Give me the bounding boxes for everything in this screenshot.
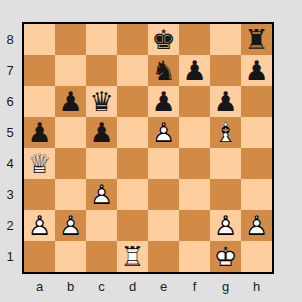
square-a3[interactable]: [24, 179, 55, 210]
rank-label-5: 5: [0, 117, 20, 148]
square-e3[interactable]: [148, 179, 179, 210]
square-a2[interactable]: ♟︎♙︎: [24, 210, 55, 241]
square-e4[interactable]: [148, 148, 179, 179]
square-c4[interactable]: [86, 148, 117, 179]
square-e1[interactable]: [148, 241, 179, 272]
piece-black-knight: ♞︎: [148, 55, 179, 86]
square-c1[interactable]: [86, 241, 117, 272]
piece-white-king: ♔︎: [210, 241, 241, 272]
file-label-h: h: [241, 276, 272, 298]
piece-white-pawn: ♙︎: [86, 179, 117, 210]
piece-black-pawn: ♟︎: [210, 86, 241, 117]
square-d8[interactable]: [117, 24, 148, 55]
square-b4[interactable]: [55, 148, 86, 179]
square-a7[interactable]: [24, 55, 55, 86]
square-f8[interactable]: [179, 24, 210, 55]
square-h3[interactable]: [241, 179, 272, 210]
square-e8[interactable]: ♚︎: [148, 24, 179, 55]
square-e5[interactable]: ♟︎♙︎: [148, 117, 179, 148]
piece-black-queen: ♛︎: [86, 86, 117, 117]
square-f4[interactable]: [179, 148, 210, 179]
file-label-c: c: [86, 276, 117, 298]
file-label-e: e: [148, 276, 179, 298]
square-b3[interactable]: [55, 179, 86, 210]
square-b1[interactable]: [55, 241, 86, 272]
square-f6[interactable]: [179, 86, 210, 117]
piece-black-pawn: ♟︎: [148, 86, 179, 117]
piece-white-pawn: ♙︎: [24, 210, 55, 241]
square-g1[interactable]: ♚︎♔︎: [210, 241, 241, 272]
square-a5[interactable]: ♟︎: [24, 117, 55, 148]
rank-label-1: 1: [0, 241, 20, 272]
square-a6[interactable]: [24, 86, 55, 117]
file-label-f: f: [179, 276, 210, 298]
square-b5[interactable]: [55, 117, 86, 148]
square-h7[interactable]: ♟︎: [241, 55, 272, 86]
piece-black-king: ♚︎: [148, 24, 179, 55]
square-c3[interactable]: ♟︎♙︎: [86, 179, 117, 210]
square-a8[interactable]: [24, 24, 55, 55]
square-g6[interactable]: ♟︎: [210, 86, 241, 117]
square-f5[interactable]: [179, 117, 210, 148]
square-b7[interactable]: [55, 55, 86, 86]
piece-black-pawn: ♟︎: [241, 55, 272, 86]
square-b8[interactable]: [55, 24, 86, 55]
file-labels: abcdefgh: [24, 276, 272, 298]
square-g2[interactable]: ♟︎♙︎: [210, 210, 241, 241]
square-c6[interactable]: ♛︎: [86, 86, 117, 117]
piece-black-rook: ♜︎: [241, 24, 272, 55]
piece-white-pawn: ♙︎: [210, 210, 241, 241]
file-label-g: g: [210, 276, 241, 298]
square-g8[interactable]: [210, 24, 241, 55]
square-h4[interactable]: [241, 148, 272, 179]
rank-label-4: 4: [0, 148, 20, 179]
piece-white-bishop: ♗︎: [210, 117, 241, 148]
square-d1[interactable]: ♜︎♖︎: [117, 241, 148, 272]
square-f7[interactable]: ♟︎: [179, 55, 210, 86]
piece-white-queen: ♕︎: [24, 148, 55, 179]
square-c2[interactable]: [86, 210, 117, 241]
square-g7[interactable]: [210, 55, 241, 86]
square-a4[interactable]: ♛︎♕︎: [24, 148, 55, 179]
square-d4[interactable]: [117, 148, 148, 179]
piece-black-pawn: ♟︎: [55, 86, 86, 117]
file-label-b: b: [55, 276, 86, 298]
square-h2[interactable]: ♟︎♙︎: [241, 210, 272, 241]
square-h6[interactable]: [241, 86, 272, 117]
square-f2[interactable]: [179, 210, 210, 241]
rank-label-3: 3: [0, 179, 20, 210]
square-d5[interactable]: [117, 117, 148, 148]
rank-label-2: 2: [0, 210, 20, 241]
rank-label-6: 6: [0, 86, 20, 117]
square-b6[interactable]: ♟︎: [55, 86, 86, 117]
piece-white-pawn: ♙︎: [148, 117, 179, 148]
square-f3[interactable]: [179, 179, 210, 210]
piece-black-pawn: ♟︎: [24, 117, 55, 148]
square-g5[interactable]: ♝︎♗︎: [210, 117, 241, 148]
square-b2[interactable]: ♟︎♙︎: [55, 210, 86, 241]
square-c8[interactable]: [86, 24, 117, 55]
piece-white-pawn: ♙︎: [241, 210, 272, 241]
square-f1[interactable]: [179, 241, 210, 272]
square-e2[interactable]: [148, 210, 179, 241]
piece-white-rook: ♖︎: [117, 241, 148, 272]
square-h1[interactable]: [241, 241, 272, 272]
square-d2[interactable]: [117, 210, 148, 241]
rank-labels: 87654321: [0, 24, 20, 272]
file-label-d: d: [117, 276, 148, 298]
square-d6[interactable]: [117, 86, 148, 117]
square-e6[interactable]: ♟︎: [148, 86, 179, 117]
square-c5[interactable]: ♟︎: [86, 117, 117, 148]
rank-label-8: 8: [0, 24, 20, 55]
piece-black-pawn: ♟︎: [179, 55, 210, 86]
square-h5[interactable]: [241, 117, 272, 148]
square-c7[interactable]: [86, 55, 117, 86]
square-d3[interactable]: [117, 179, 148, 210]
chess-board: ♚︎♜︎♞︎♟︎♟︎♟︎♛︎♟︎♟︎♟︎♟︎♟︎♙︎♝︎♗︎♛︎♕︎♟︎♙︎♟︎…: [22, 22, 274, 274]
square-g4[interactable]: [210, 148, 241, 179]
rank-label-7: 7: [0, 55, 20, 86]
square-h8[interactable]: ♜︎: [241, 24, 272, 55]
square-a1[interactable]: [24, 241, 55, 272]
square-g3[interactable]: [210, 179, 241, 210]
square-e7[interactable]: ♞︎: [148, 55, 179, 86]
file-label-a: a: [24, 276, 55, 298]
piece-white-pawn: ♙︎: [55, 210, 86, 241]
square-d7[interactable]: [117, 55, 148, 86]
piece-black-pawn: ♟︎: [86, 117, 117, 148]
